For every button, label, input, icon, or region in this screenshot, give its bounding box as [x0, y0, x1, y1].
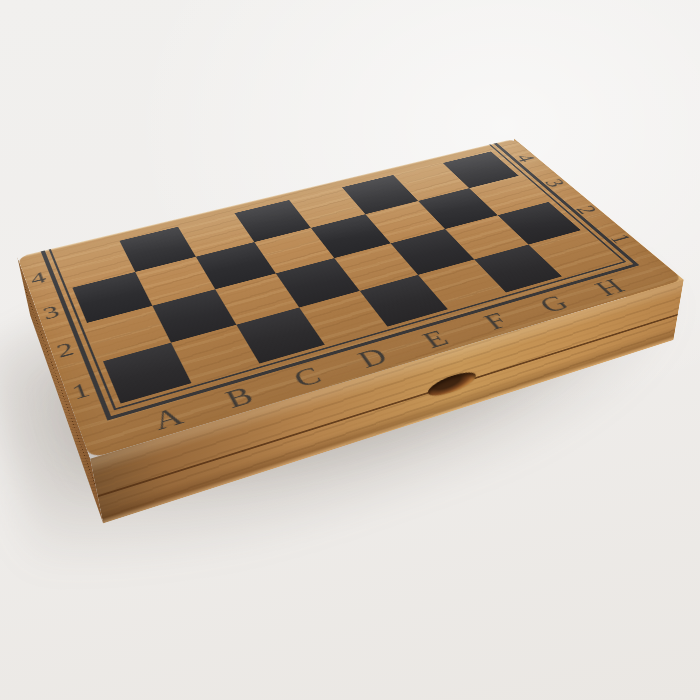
perspective-stage: ABCDEFGH 4321 4321 [0, 0, 699, 683]
rank-label-right-1: 1 [589, 226, 654, 252]
rank-label-right-3: 3 [525, 172, 585, 194]
folded-chess-box: ABCDEFGH 4321 4321 [30, 193, 673, 524]
product-photo-backdrop: ABCDEFGH 4321 4321 [0, 0, 700, 700]
photo-composition: ABCDEFGH 4321 4321 [0, 0, 699, 683]
finger-notch [428, 368, 476, 401]
rank-label-right-4: 4 [497, 148, 555, 169]
rank-label-right-2: 2 [556, 198, 618, 222]
